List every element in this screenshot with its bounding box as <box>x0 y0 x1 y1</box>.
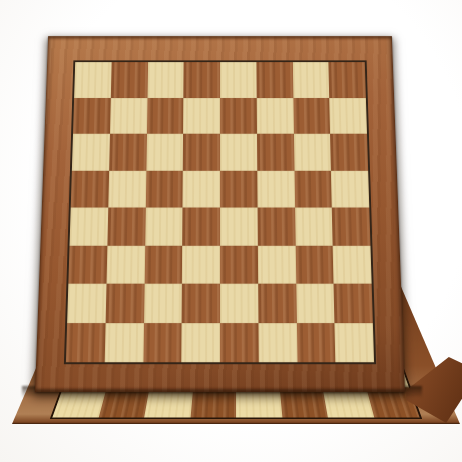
square-g2 <box>296 284 335 323</box>
square-g3 <box>295 245 334 283</box>
square-g4 <box>295 208 333 246</box>
square-c7 <box>146 98 183 134</box>
square-b5 <box>108 170 146 207</box>
square-c2 <box>144 284 183 323</box>
square-a8 <box>74 62 111 98</box>
square-h1 <box>335 323 374 363</box>
square-b8 <box>111 62 148 98</box>
square-e2 <box>220 284 258 323</box>
square-h3 <box>333 245 372 283</box>
square-g7 <box>293 98 330 134</box>
square-h7 <box>329 98 367 134</box>
square-d6 <box>183 134 220 171</box>
square-b7 <box>110 98 147 134</box>
square-d1 <box>181 323 220 363</box>
square-f6 <box>257 134 294 171</box>
square-d7 <box>183 98 220 134</box>
square-f3 <box>258 245 296 283</box>
square-h6 <box>330 134 368 171</box>
square-e7 <box>220 98 257 134</box>
square-e4 <box>220 208 258 246</box>
square-a5 <box>71 170 109 207</box>
square-b2 <box>105 284 144 323</box>
photo-scene <box>0 0 462 462</box>
square-a4 <box>70 208 108 246</box>
square-a6 <box>72 134 110 171</box>
square-c5 <box>145 170 183 207</box>
square-f4 <box>257 208 295 246</box>
square-d2 <box>182 284 220 323</box>
square-e8 <box>220 62 256 98</box>
upright-chessboard-frame <box>35 36 405 392</box>
square-b4 <box>107 208 145 246</box>
upright-chessboard-grid <box>64 60 376 364</box>
square-e1 <box>220 323 259 363</box>
square-h5 <box>331 170 369 207</box>
square-h4 <box>332 208 370 246</box>
square-g8 <box>292 62 329 98</box>
square-b1 <box>104 323 143 363</box>
square-e6 <box>220 134 257 171</box>
square-e5 <box>220 170 257 207</box>
square-c4 <box>145 208 183 246</box>
square-a7 <box>73 98 111 134</box>
square-g6 <box>294 134 332 171</box>
square-c1 <box>143 323 182 363</box>
square-d5 <box>183 170 220 207</box>
square-g5 <box>294 170 332 207</box>
square-a1 <box>66 323 105 363</box>
square-a2 <box>67 284 106 323</box>
square-b6 <box>109 134 147 171</box>
square-d4 <box>182 208 220 246</box>
square-f2 <box>258 284 297 323</box>
square-f8 <box>256 62 293 98</box>
square-c3 <box>144 245 182 283</box>
square-c8 <box>147 62 184 98</box>
square-g1 <box>296 323 335 363</box>
square-a3 <box>68 245 107 283</box>
square-e3 <box>220 245 258 283</box>
square-b3 <box>106 245 145 283</box>
square-d8 <box>184 62 220 98</box>
square-f7 <box>256 98 293 134</box>
square-h2 <box>334 284 373 323</box>
square-f1 <box>258 323 297 363</box>
square-f5 <box>257 170 295 207</box>
square-c6 <box>146 134 183 171</box>
square-h8 <box>329 62 366 98</box>
square-d3 <box>182 245 220 283</box>
